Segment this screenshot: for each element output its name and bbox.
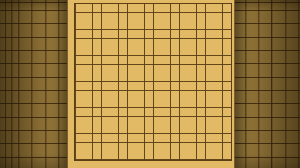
board-overlay-panel — [67, 0, 235, 168]
background-board-right-edge-line — [271, 0, 272, 168]
go-board[interactable] — [74, 3, 232, 161]
go-app-screen — [0, 0, 300, 168]
background-board-edge-line — [5, 0, 6, 168]
